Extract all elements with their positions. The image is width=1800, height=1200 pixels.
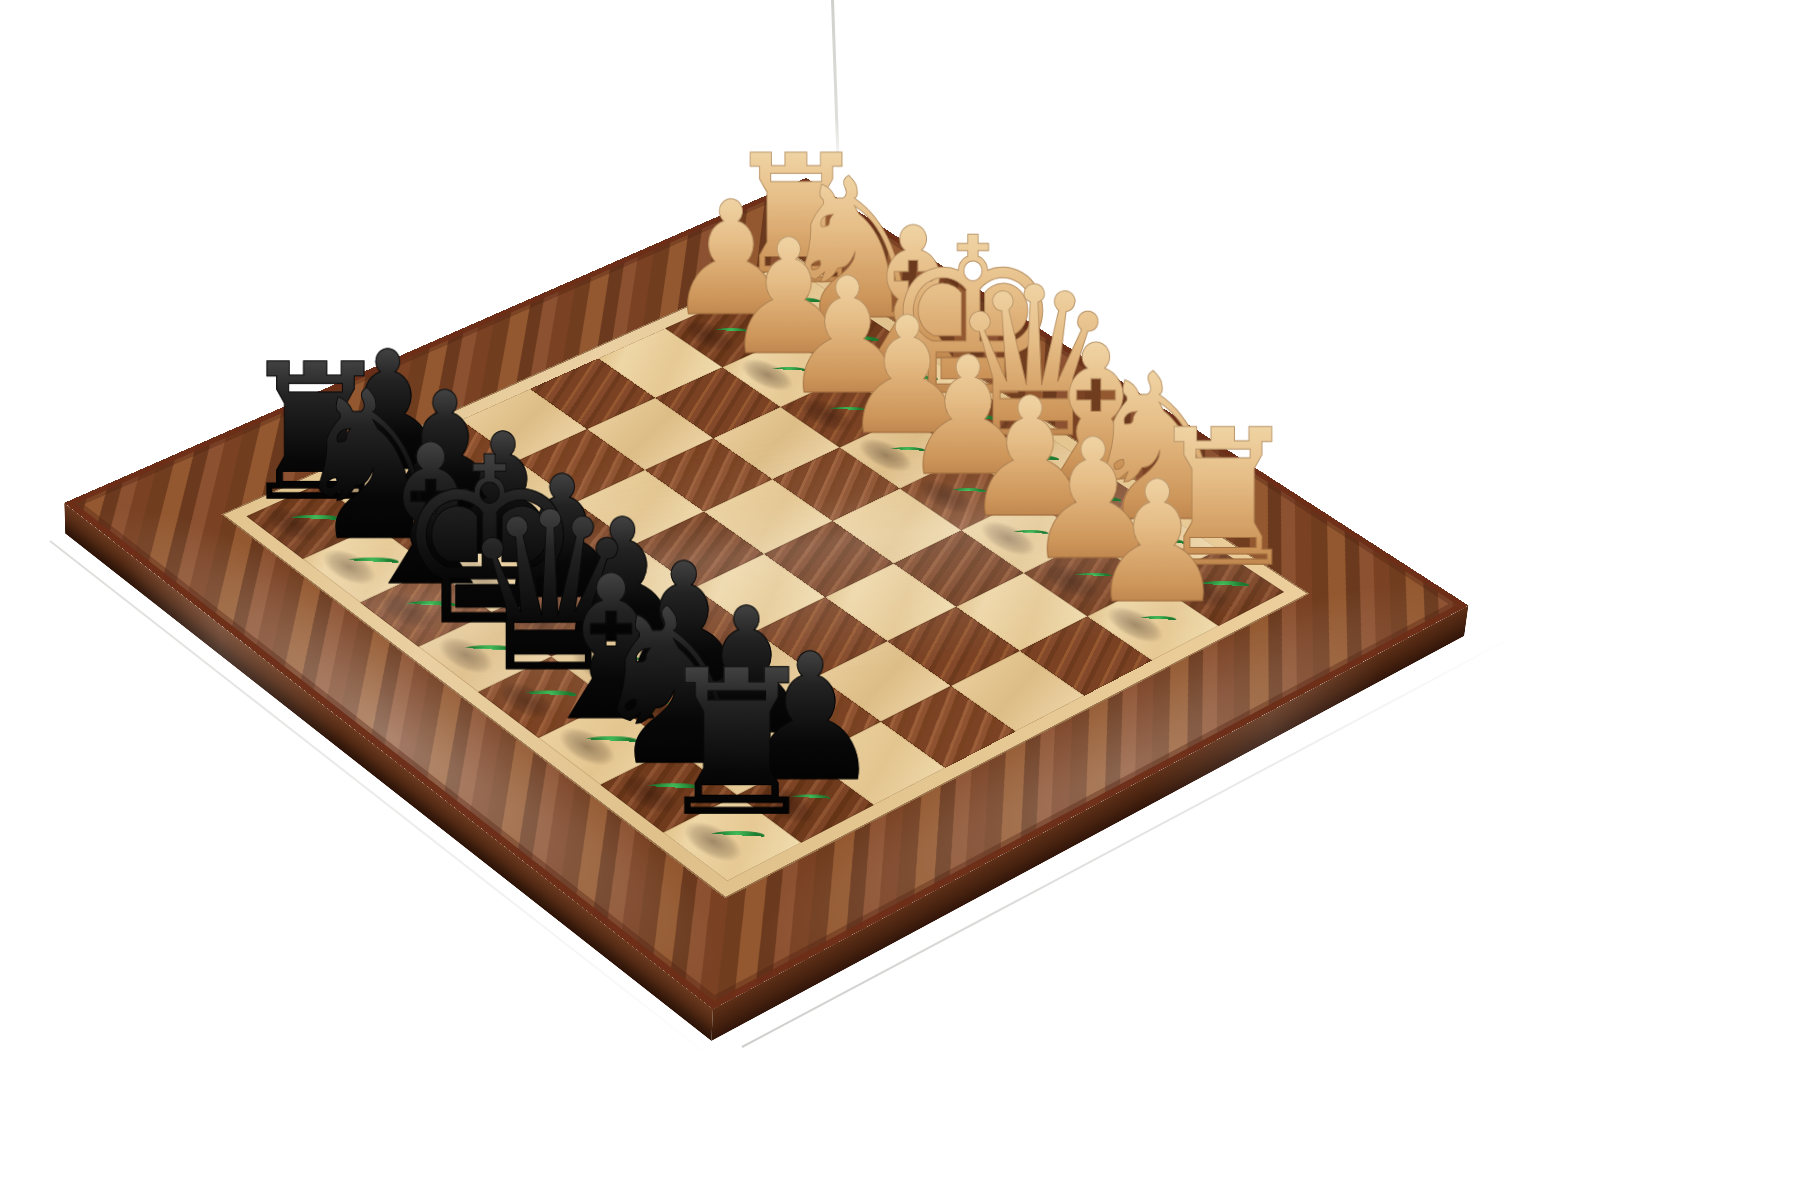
square-a8: ♜ (663, 795, 801, 881)
chess-board: ♜♞♝♛♚♝♞♜♟♟♟♟♟♟♟♟♟♟♟♟♟♟♟♟♜♞♝♛♚♝♞♜ (64, 178, 1468, 1009)
white-pawn-glyph: ♟ (1088, 460, 1226, 628)
black-rook-glyph: ♜ (654, 644, 819, 844)
photo-scene: ♜♞♝♛♚♝♞♜♟♟♟♟♟♟♟♟♟♟♟♟♟♟♟♟♜♞♝♛♚♝♞♜ (0, 0, 1800, 1200)
